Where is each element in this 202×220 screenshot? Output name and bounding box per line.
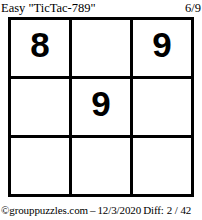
cell-r3c2[interactable] xyxy=(72,138,130,194)
cell-r3c1[interactable] xyxy=(11,138,69,194)
remaining-counter: 6/9 xyxy=(185,1,201,16)
footer: ©grouppuzzles.com–12/3/2020Diff:2 / 42 xyxy=(1,204,202,216)
copyright-text: ©grouppuzzles.com xyxy=(1,204,88,216)
cell-r2c2[interactable]: 9 xyxy=(72,79,130,135)
diff-value: 2 / 42 xyxy=(167,204,191,216)
cell-r2c3[interactable] xyxy=(133,79,191,135)
cell-r2c1[interactable] xyxy=(11,79,69,135)
cell-r1c3[interactable]: 9 xyxy=(133,20,191,76)
separator-dash: – xyxy=(90,204,95,216)
diff-label: Diff: xyxy=(143,204,164,216)
puzzle-title: Easy "TicTac-789" xyxy=(1,1,96,16)
cell-r3c3[interactable] xyxy=(133,138,191,194)
date-text: 12/3/2020 xyxy=(97,204,141,216)
cell-r1c2[interactable] xyxy=(72,20,130,76)
puzzle-grid: 8 9 9 xyxy=(8,17,194,197)
puzzle-page: Easy "TicTac-789" 6/9 8 9 9 ©grouppuzzle… xyxy=(0,0,202,220)
cell-r1c1[interactable]: 8 xyxy=(11,20,69,76)
header: Easy "TicTac-789" 6/9 xyxy=(1,1,201,16)
